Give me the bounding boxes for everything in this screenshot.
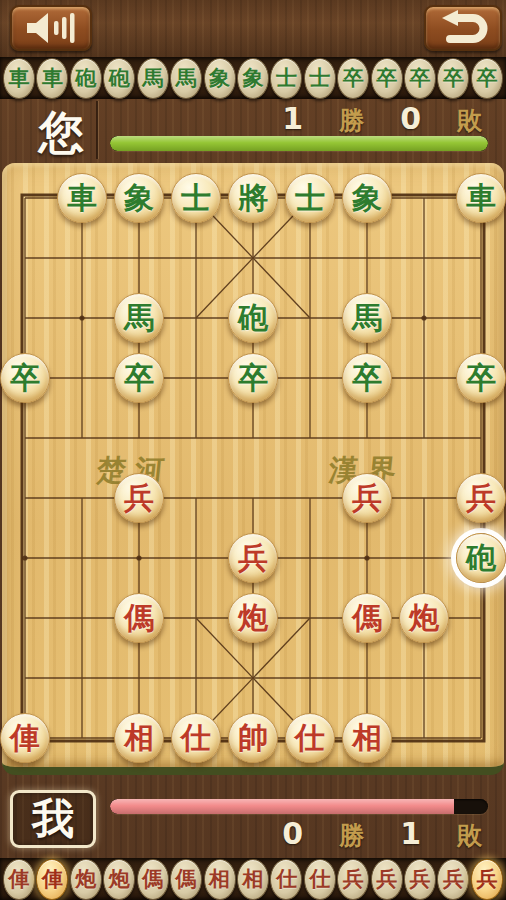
board-piece-砲[interactable]: 砲 [228, 293, 278, 343]
board-piece-砲[interactable]: 砲 [456, 533, 506, 583]
tray-piece-兵: 兵 [471, 859, 503, 900]
my-score: 0 勝 1 敗 [110, 816, 488, 852]
board-piece-兵[interactable]: 兵 [228, 533, 278, 583]
board-piece-兵[interactable]: 兵 [456, 473, 506, 523]
board-piece-卒[interactable]: 卒 [114, 353, 164, 403]
tray-piece-炮: 炮 [103, 859, 135, 900]
losses-label: 敗 [457, 104, 482, 137]
board-piece-卒[interactable]: 卒 [228, 353, 278, 403]
tray-piece-相: 相 [237, 859, 269, 900]
tray-piece-俥: 俥 [36, 859, 68, 900]
board-piece-仕[interactable]: 仕 [171, 713, 221, 763]
tray-piece-仕: 仕 [304, 859, 336, 900]
board-piece-車[interactable]: 車 [456, 173, 506, 223]
opponent-piece-tray: 車車砲砲馬馬象象士士卒卒卒卒卒 [0, 57, 506, 99]
board-piece-傌[interactable]: 傌 [342, 593, 392, 643]
opponent-strength-fill [110, 136, 488, 151]
speaker-icon [23, 10, 79, 46]
my-name: 我 [32, 791, 74, 847]
my-piece-tray: 俥俥炮炮傌傌相相仕仕兵兵兵兵兵 [0, 858, 506, 900]
tray-piece-車: 車 [36, 58, 68, 99]
board-piece-兵[interactable]: 兵 [114, 473, 164, 523]
board-piece-士[interactable]: 士 [285, 173, 335, 223]
board-piece-象[interactable]: 象 [114, 173, 164, 223]
board-piece-炮[interactable]: 炮 [399, 593, 449, 643]
board-piece-象[interactable]: 象 [342, 173, 392, 223]
tray-piece-象: 象 [237, 58, 269, 99]
header [0, 0, 506, 57]
board-piece-卒[interactable]: 卒 [342, 353, 392, 403]
opponent-strength-bar [110, 136, 488, 151]
sound-button[interactable] [10, 5, 92, 51]
board-piece-帥[interactable]: 帥 [228, 713, 278, 763]
board-piece-傌[interactable]: 傌 [114, 593, 164, 643]
board-piece-相[interactable]: 相 [342, 713, 392, 763]
tray-piece-卒: 卒 [371, 58, 403, 99]
tray-piece-象: 象 [204, 58, 236, 99]
tray-piece-士: 士 [304, 58, 336, 99]
tray-piece-卒: 卒 [337, 58, 369, 99]
tray-piece-馬: 馬 [170, 58, 202, 99]
tray-piece-卒: 卒 [404, 58, 436, 99]
opponent-wins: 1 [282, 101, 303, 136]
board-piece-卒[interactable]: 卒 [0, 353, 50, 403]
tray-piece-兵: 兵 [337, 859, 369, 900]
tray-piece-俥: 俥 [3, 859, 35, 900]
tray-piece-傌: 傌 [137, 859, 169, 900]
my-wins: 0 [282, 816, 303, 851]
board-piece-炮[interactable]: 炮 [228, 593, 278, 643]
tray-piece-兵: 兵 [437, 859, 469, 900]
tray-piece-兵: 兵 [404, 859, 436, 900]
tray-piece-砲: 砲 [103, 58, 135, 99]
tray-piece-砲: 砲 [70, 58, 102, 99]
wins-label: 勝 [339, 819, 364, 852]
losses-label: 敗 [457, 819, 482, 852]
opponent-score: 1 勝 0 敗 [110, 101, 488, 137]
tray-piece-兵: 兵 [371, 859, 403, 900]
my-name-box: 我 [10, 790, 96, 848]
my-panel: 我 0 勝 1 敗 [0, 786, 506, 856]
my-losses: 1 [400, 816, 421, 851]
tray-piece-相: 相 [204, 859, 236, 900]
opponent-panel: 您 1 勝 0 敗 [0, 99, 506, 161]
opponent-losses: 0 [400, 101, 421, 136]
board-piece-士[interactable]: 士 [171, 173, 221, 223]
wins-label: 勝 [339, 104, 364, 137]
board-piece-兵[interactable]: 兵 [342, 473, 392, 523]
xiangqi-app: 車車砲砲馬馬象象士士卒卒卒卒卒 您 1 勝 0 敗 [0, 0, 506, 900]
board-piece-俥[interactable]: 俥 [0, 713, 50, 763]
opponent-name: 您 [30, 103, 92, 163]
board-piece-車[interactable]: 車 [57, 173, 107, 223]
board-piece-將[interactable]: 將 [228, 173, 278, 223]
board: 楚河 漢界 車象士將士象車馬砲馬卒卒卒卒卒砲兵兵兵兵傌炮傌炮俥相仕帥仕相 [2, 163, 504, 775]
tray-piece-仕: 仕 [270, 859, 302, 900]
tray-piece-馬: 馬 [137, 58, 169, 99]
panel-divider [96, 101, 98, 159]
board-piece-仕[interactable]: 仕 [285, 713, 335, 763]
board-piece-馬[interactable]: 馬 [342, 293, 392, 343]
tray-piece-卒: 卒 [437, 58, 469, 99]
back-button[interactable] [424, 5, 502, 51]
board-piece-馬[interactable]: 馬 [114, 293, 164, 343]
my-strength-fill [110, 799, 454, 814]
tray-piece-卒: 卒 [471, 58, 503, 99]
tray-piece-士: 士 [270, 58, 302, 99]
return-arrow-icon [436, 9, 490, 47]
board-piece-卒[interactable]: 卒 [456, 353, 506, 403]
board-piece-相[interactable]: 相 [114, 713, 164, 763]
tray-piece-車: 車 [3, 58, 35, 99]
my-strength-bar [110, 799, 488, 814]
tray-piece-炮: 炮 [70, 859, 102, 900]
tray-piece-傌: 傌 [170, 859, 202, 900]
